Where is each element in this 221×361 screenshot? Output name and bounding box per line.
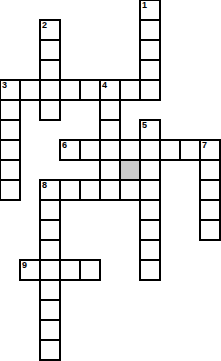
crossword-cell[interactable] xyxy=(79,179,101,201)
crossword-cell[interactable] xyxy=(0,159,21,181)
crossword-cell[interactable] xyxy=(199,179,221,201)
crossword-cell[interactable] xyxy=(19,79,41,101)
crossword-cell[interactable]: 9 xyxy=(19,259,41,281)
crossword-cell[interactable] xyxy=(79,139,101,161)
crossword-cell[interactable] xyxy=(39,219,61,241)
crossword-cell[interactable] xyxy=(159,139,181,161)
crossword-cell[interactable] xyxy=(39,279,61,301)
crossword-cell[interactable] xyxy=(139,159,161,181)
crossword-grid: 123456789 xyxy=(0,0,221,361)
crossword-cell[interactable] xyxy=(39,59,61,81)
crossword-cell[interactable] xyxy=(59,259,81,281)
crossword-cell[interactable] xyxy=(179,139,201,161)
crossword-cell[interactable] xyxy=(99,119,121,141)
crossword-cell[interactable]: 2 xyxy=(39,19,61,41)
crossword-cell[interactable] xyxy=(139,239,161,261)
crossword-cell[interactable] xyxy=(99,179,121,201)
crossword-cell[interactable] xyxy=(39,79,61,101)
crossword-cell[interactable] xyxy=(39,199,61,221)
crossword-cell[interactable] xyxy=(199,199,221,221)
crossword-cell[interactable] xyxy=(39,319,61,341)
crossword-cell[interactable] xyxy=(0,99,21,121)
crossword-cell[interactable] xyxy=(139,19,161,41)
crossword-cell[interactable] xyxy=(0,139,21,161)
crossword-cell[interactable] xyxy=(139,59,161,81)
crossword-cell[interactable] xyxy=(119,139,141,161)
crossword-cell[interactable] xyxy=(59,179,81,201)
crossword-cell[interactable] xyxy=(99,139,121,161)
crossword-cell[interactable]: 3 xyxy=(0,79,21,101)
crossword-cell[interactable] xyxy=(39,339,61,361)
crossword-cell[interactable] xyxy=(0,119,21,141)
crossword-cell[interactable]: 4 xyxy=(99,79,121,101)
crossword-cell[interactable] xyxy=(39,99,61,121)
clue-number: 2 xyxy=(42,21,47,30)
crossword-cell[interactable] xyxy=(139,259,161,281)
clue-number: 9 xyxy=(22,261,27,270)
clue-number: 8 xyxy=(42,181,47,190)
crossword-cell[interactable] xyxy=(119,79,141,101)
crossword-cell[interactable]: 1 xyxy=(139,0,161,21)
crossword-cell-highlighted[interactable] xyxy=(119,159,141,181)
crossword-cell[interactable] xyxy=(199,219,221,241)
crossword-cell[interactable] xyxy=(139,199,161,221)
crossword-cell[interactable] xyxy=(39,259,61,281)
clue-number: 4 xyxy=(102,81,107,90)
crossword-cell[interactable] xyxy=(39,299,61,321)
crossword-cell[interactable] xyxy=(199,159,221,181)
crossword-cell[interactable] xyxy=(119,179,141,201)
crossword-cell[interactable]: 6 xyxy=(59,139,81,161)
crossword-cell[interactable] xyxy=(0,179,21,201)
crossword-cell[interactable]: 8 xyxy=(39,179,61,201)
crossword-cell[interactable] xyxy=(99,159,121,181)
clue-number: 3 xyxy=(2,81,7,90)
crossword-cell[interactable] xyxy=(139,139,161,161)
crossword-cell[interactable]: 5 xyxy=(139,119,161,141)
crossword-cell[interactable] xyxy=(59,79,81,101)
clue-number: 5 xyxy=(142,121,147,130)
crossword-cell[interactable] xyxy=(139,179,161,201)
clue-number: 1 xyxy=(142,1,147,10)
clue-number: 7 xyxy=(202,141,207,150)
crossword-cell[interactable] xyxy=(99,99,121,121)
crossword-cell[interactable]: 7 xyxy=(199,139,221,161)
crossword-cell[interactable] xyxy=(139,219,161,241)
crossword-cell[interactable] xyxy=(79,259,101,281)
crossword-cell[interactable] xyxy=(39,239,61,261)
crossword-cell[interactable] xyxy=(139,79,161,101)
crossword-cell[interactable] xyxy=(139,39,161,61)
crossword-cell[interactable] xyxy=(39,39,61,61)
crossword-cell[interactable] xyxy=(79,79,101,101)
clue-number: 6 xyxy=(62,141,67,150)
